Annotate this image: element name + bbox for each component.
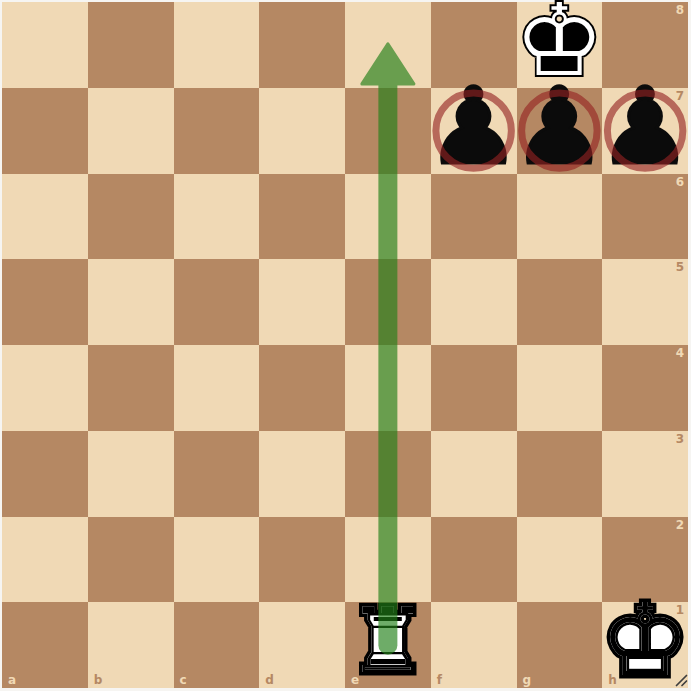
white-rook-e1[interactable]: ♜♜♖ [345, 602, 431, 688]
resize-grip-icon[interactable] [671, 670, 689, 688]
black-pawn-f7[interactable]: ♟ [431, 88, 517, 174]
black-pawn-g7[interactable]: ♟ [517, 88, 603, 174]
black-pawn-h7[interactable]: ♟ [602, 88, 688, 174]
pieces-layer: ♚♔♟♟♟♜♜♖♚♚♔ [2, 2, 688, 688]
white-rook-glyph: ♖ [348, 597, 429, 687]
black-pawn-glyph: ♟ [598, 73, 691, 179]
black-pawn-glyph: ♟ [512, 73, 607, 179]
black-pawn-glyph: ♟ [426, 73, 521, 179]
chess-board[interactable]: 8765432abcdefg1h ♚♔♟♟♟♜♜♖♚♚♔ [2, 2, 688, 688]
